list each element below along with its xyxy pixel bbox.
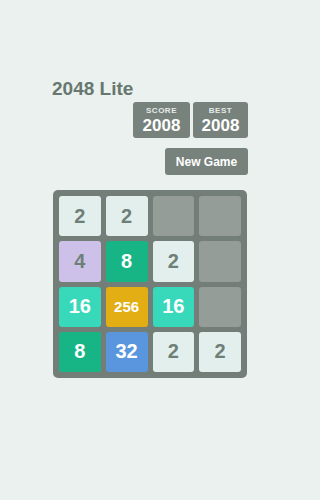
tile-2: 2 [106, 196, 148, 236]
empty-cell [199, 287, 241, 327]
tile-16: 16 [59, 287, 101, 327]
tile-4: 4 [59, 241, 101, 281]
tile-2: 2 [153, 241, 195, 281]
board-grid[interactable]: 22482162561683222 [53, 190, 247, 378]
tile-2: 2 [59, 196, 101, 236]
best-box: BEST 2008 [193, 102, 248, 138]
best-value: 2008 [202, 116, 240, 135]
new-game-button[interactable]: New Game [165, 148, 248, 175]
tile-8: 8 [59, 332, 101, 372]
page-title: 2048 Lite [52, 78, 133, 100]
tile-2: 2 [153, 332, 195, 372]
empty-cell [199, 196, 241, 236]
score-label: SCORE [146, 106, 177, 116]
score-value: 2008 [143, 116, 181, 135]
tile-8: 8 [106, 241, 148, 281]
empty-cell [199, 241, 241, 281]
empty-cell [153, 196, 195, 236]
best-label: BEST [209, 106, 232, 116]
score-box: SCORE 2008 [133, 102, 190, 138]
tile-256: 256 [106, 287, 148, 327]
tile-32: 32 [106, 332, 148, 372]
tile-16: 16 [153, 287, 195, 327]
tile-2: 2 [199, 332, 241, 372]
